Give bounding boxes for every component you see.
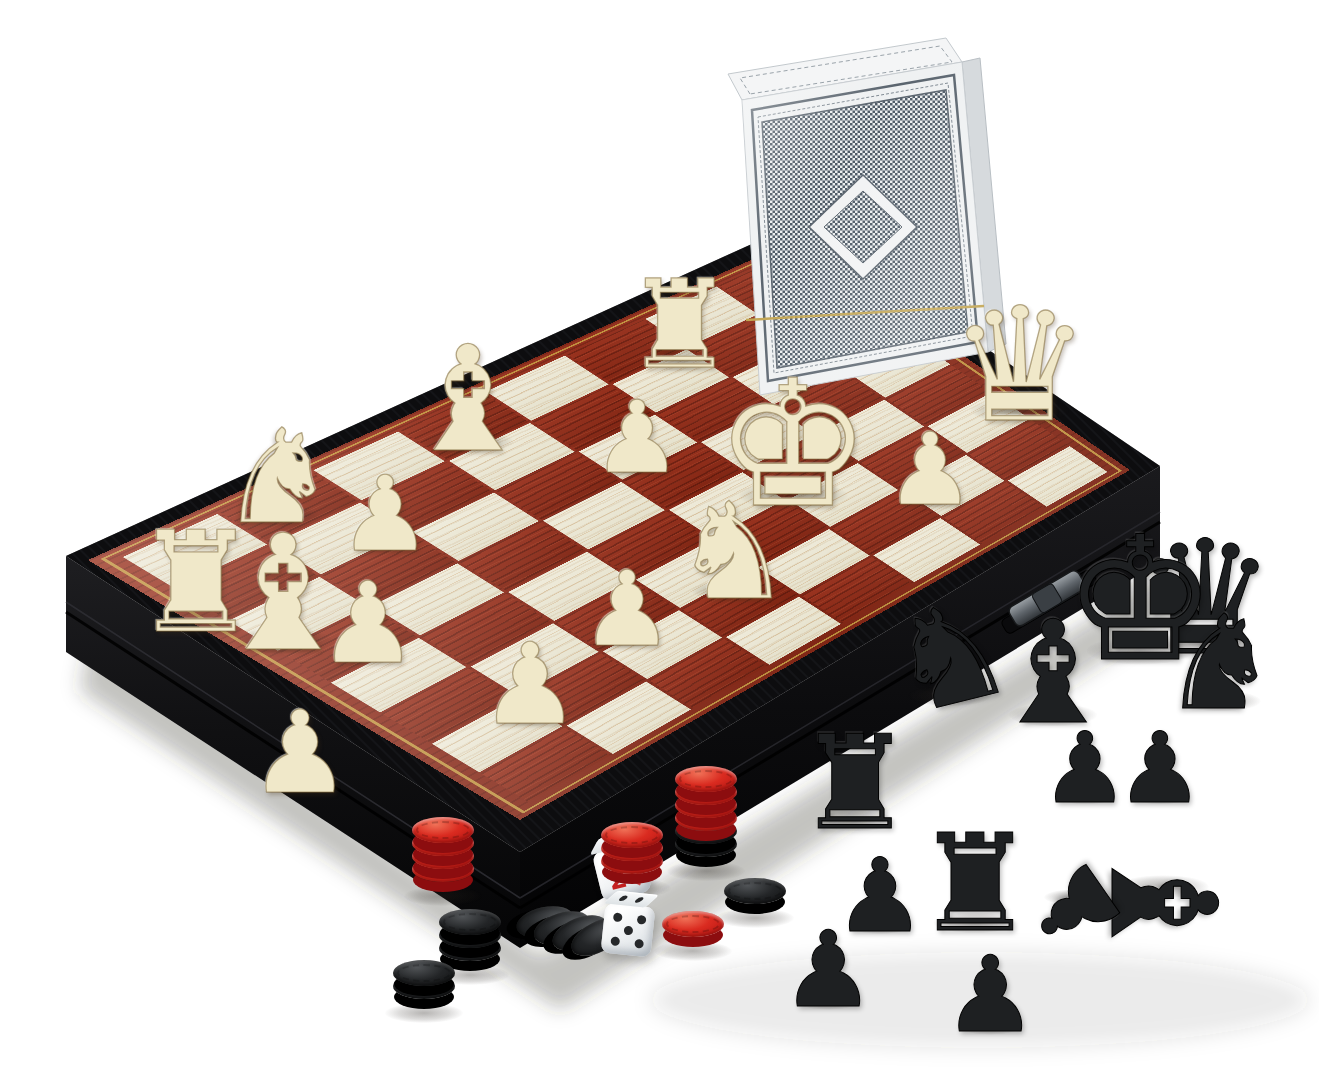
die-pip [637, 915, 647, 925]
red-single-shadow [654, 941, 732, 961]
accessories-layer: ♛22 [0, 0, 1319, 1089]
red-stack-left-checker-4[interactable] [412, 817, 474, 843]
red-on-black-stack-shadow [667, 861, 745, 881]
red-on-black-stack-checker-6[interactable] [675, 766, 737, 792]
black-single-shadow [716, 908, 794, 928]
red-single-checker-1[interactable] [662, 911, 724, 937]
red-stack-mid-checker-3[interactable] [601, 822, 663, 848]
scene: ♜♛♝♟♚♟♞♟♞♜♟♝♛♚♟♞♞♝♟♟♟♟♜♝♟♜♟♟♟ ♛22 [0, 0, 1319, 1089]
black-single-checker-1[interactable] [724, 878, 786, 904]
die-pip [610, 936, 620, 946]
black-pair-shadow [385, 1003, 463, 1023]
die-pip [613, 912, 623, 922]
black-pair-checker-2[interactable] [393, 960, 455, 986]
die-pip [623, 926, 633, 936]
die-black-pips[interactable] [601, 903, 656, 958]
black-stack-checker-3[interactable] [439, 909, 501, 935]
red-stack-left-shadow [404, 886, 482, 906]
die-pip [634, 939, 644, 949]
